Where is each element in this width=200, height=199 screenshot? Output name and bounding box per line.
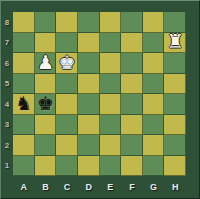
square-c3[interactable] [56,115,78,136]
square-c6[interactable]: ♚ [56,53,78,74]
square-a8[interactable] [13,12,35,33]
square-f7[interactable] [121,33,143,54]
square-h7[interactable]: ♜ [164,33,186,54]
square-c1[interactable] [56,156,78,177]
white-rook[interactable]: ♜ [167,32,184,51]
square-c8[interactable] [56,12,78,33]
square-g8[interactable] [143,12,165,33]
square-h4[interactable] [164,94,186,115]
square-g1[interactable] [143,156,165,177]
square-b4[interactable]: ♚ [35,94,57,115]
white-pawn[interactable]: ♟ [37,53,54,72]
rank-label-6: 6 [1,53,13,74]
file-label-b: B [35,177,57,197]
square-f6[interactable] [121,53,143,74]
rank-label-2: 2 [1,135,13,156]
square-e3[interactable] [100,115,122,136]
square-d6[interactable] [78,53,100,74]
square-f3[interactable] [121,115,143,136]
square-a7[interactable] [13,33,35,54]
square-b2[interactable] [35,135,57,156]
square-h1[interactable] [164,156,186,177]
chess-board[interactable]: ♜♟♚♞♚ [13,12,186,176]
square-g5[interactable] [143,74,165,95]
rank-label-4: 4 [1,94,13,115]
square-e6[interactable] [100,53,122,74]
rank-label-1: 1 [1,156,13,177]
rank-labels: 87654321 [1,12,13,176]
square-b1[interactable] [35,156,57,177]
black-king[interactable]: ♚ [37,94,54,113]
black-knight[interactable]: ♞ [15,94,32,113]
square-d5[interactable] [78,74,100,95]
square-f8[interactable] [121,12,143,33]
square-e4[interactable] [100,94,122,115]
square-h2[interactable] [164,135,186,156]
file-label-d: D [78,177,100,197]
file-label-e: E [100,177,122,197]
square-e5[interactable] [100,74,122,95]
rank-label-5: 5 [1,74,13,95]
square-d1[interactable] [78,156,100,177]
square-d8[interactable] [78,12,100,33]
square-c2[interactable] [56,135,78,156]
square-g4[interactable] [143,94,165,115]
file-label-c: C [56,177,78,197]
square-h6[interactable] [164,53,186,74]
square-g3[interactable] [143,115,165,136]
square-c4[interactable] [56,94,78,115]
square-e2[interactable] [100,135,122,156]
rank-label-3: 3 [1,115,13,136]
file-label-h: H [164,177,186,197]
square-d7[interactable] [78,33,100,54]
square-a4[interactable]: ♞ [13,94,35,115]
file-labels: ABCDEFGH [13,177,186,197]
square-f5[interactable] [121,74,143,95]
rank-label-7: 7 [1,33,13,54]
square-b3[interactable] [35,115,57,136]
square-e1[interactable] [100,156,122,177]
square-a6[interactable] [13,53,35,74]
square-b8[interactable] [35,12,57,33]
file-label-f: F [121,177,143,197]
rank-label-8: 8 [1,12,13,33]
square-e8[interactable] [100,12,122,33]
file-label-a: A [13,177,35,197]
square-e7[interactable] [100,33,122,54]
square-a3[interactable] [13,115,35,136]
square-d3[interactable] [78,115,100,136]
square-g7[interactable] [143,33,165,54]
square-c5[interactable] [56,74,78,95]
chess-board-frame: 87654321 ♜♟♚♞♚ ABCDEFGH [0,0,200,199]
square-b6[interactable]: ♟ [35,53,57,74]
file-label-g: G [143,177,165,197]
square-h3[interactable] [164,115,186,136]
square-g6[interactable] [143,53,165,74]
square-g2[interactable] [143,135,165,156]
square-d2[interactable] [78,135,100,156]
square-a2[interactable] [13,135,35,156]
square-f4[interactable] [121,94,143,115]
square-a1[interactable] [13,156,35,177]
square-f2[interactable] [121,135,143,156]
square-f1[interactable] [121,156,143,177]
square-d4[interactable] [78,94,100,115]
white-king[interactable]: ♚ [59,53,76,72]
square-h5[interactable] [164,74,186,95]
